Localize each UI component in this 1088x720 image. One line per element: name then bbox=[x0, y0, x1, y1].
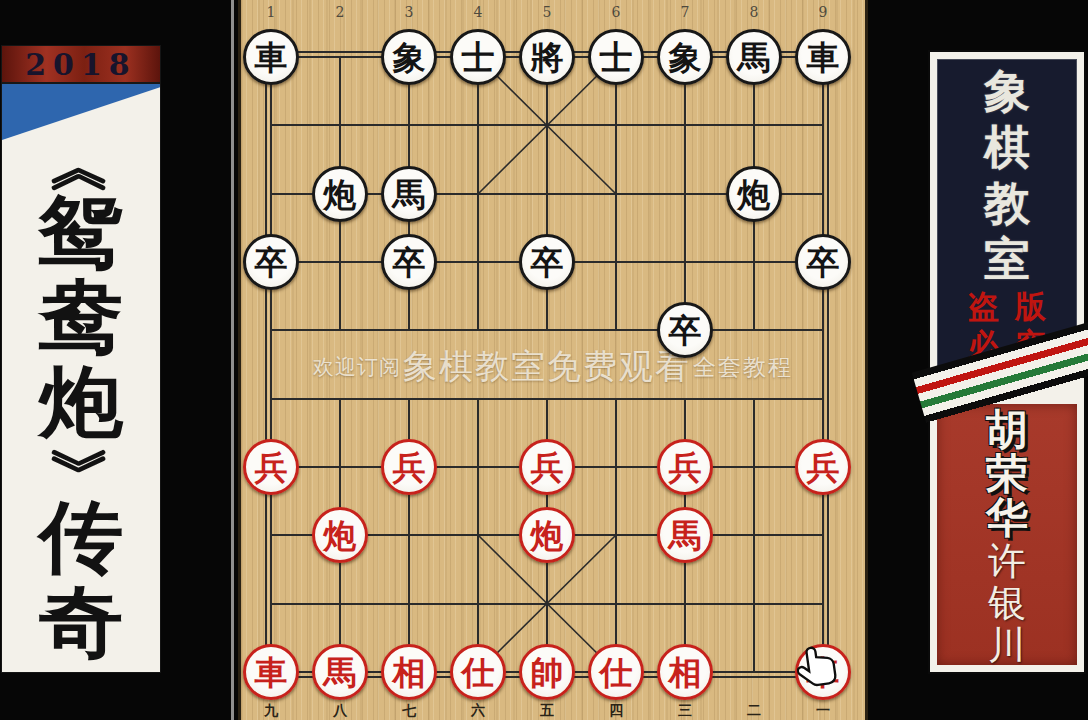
piece-red-帥-file5[interactable]: 帥 bbox=[519, 644, 575, 700]
piece-red-兵-file9[interactable]: 兵 bbox=[795, 439, 851, 495]
right-banner: 象棋教室盗版必究 胡荣华许银川 bbox=[930, 52, 1084, 672]
file-label-top: 1 bbox=[251, 4, 291, 20]
piece-glyph: 仕 bbox=[462, 656, 495, 689]
piece-glyph: 馬 bbox=[669, 519, 702, 552]
file-label-bottom: 三 bbox=[665, 702, 705, 720]
series-title-vertical: ︽鸳鸯炮︾传奇 bbox=[2, 140, 160, 665]
piece-red-兵-file1[interactable]: 兵 bbox=[243, 439, 299, 495]
piece-black-象-file3[interactable]: 象 bbox=[381, 29, 437, 85]
piece-black-將-file5[interactable]: 將 bbox=[519, 29, 575, 85]
file-label-bottom: 四 bbox=[596, 702, 636, 720]
piece-black-車-file9[interactable]: 車 bbox=[795, 29, 851, 85]
school-panel: 象棋教室盗版必究 bbox=[937, 59, 1077, 367]
board-edge-highlight bbox=[231, 0, 234, 720]
file-label-bottom: 七 bbox=[389, 702, 429, 720]
player-name-char-hurionghua: 荣 bbox=[937, 452, 1077, 496]
point-marker bbox=[671, 248, 699, 276]
piece-glyph: 士 bbox=[462, 41, 495, 74]
left-banner: 2018 ︽鸳鸯炮︾传奇 bbox=[2, 46, 160, 672]
piece-glyph: 卒 bbox=[807, 246, 840, 279]
piece-glyph: 卒 bbox=[531, 246, 564, 279]
file-label-top: 9 bbox=[803, 4, 843, 20]
watermark-suffix: 全套教程 bbox=[693, 352, 793, 383]
xiangqi-board[interactable]: 欢迎订阅 象棋教室免费观看 全套教程 123456789九八七六五四三二一車象士… bbox=[238, 0, 868, 720]
piece-red-兵-file3[interactable]: 兵 bbox=[381, 439, 437, 495]
piece-glyph: 炮 bbox=[738, 178, 771, 211]
piece-glyph: 仕 bbox=[600, 656, 633, 689]
piece-red-車-file1[interactable]: 車 bbox=[243, 644, 299, 700]
file-label-bottom: 八 bbox=[320, 702, 360, 720]
piece-glyph: 兵 bbox=[393, 451, 426, 484]
piece-red-相-file3[interactable]: 相 bbox=[381, 644, 437, 700]
piece-red-炮-file2[interactable]: 炮 bbox=[312, 507, 368, 563]
warning-char: 盗 bbox=[968, 288, 999, 325]
hand-cursor-icon bbox=[794, 641, 843, 696]
file-label-bottom: 五 bbox=[527, 702, 567, 720]
file-label-top: 8 bbox=[734, 4, 774, 20]
video-frame: 2018 ︽鸳鸯炮︾传奇 欢迎订阅 象棋教室免费观看 全套教程 12345678… bbox=[0, 0, 1088, 720]
piece-glyph: 帥 bbox=[531, 656, 564, 689]
piece-black-卒-file1[interactable]: 卒 bbox=[243, 234, 299, 290]
subscribe-watermark: 欢迎订阅 象棋教室免费观看 全套教程 bbox=[241, 344, 865, 390]
year-label: 2018 bbox=[2, 46, 160, 84]
piece-glyph: 車 bbox=[255, 41, 288, 74]
piece-glyph: 馬 bbox=[738, 41, 771, 74]
point-marker bbox=[740, 521, 768, 549]
watermark-main: 象棋教室免费观看 bbox=[403, 344, 691, 390]
piece-glyph: 兵 bbox=[807, 451, 840, 484]
piece-glyph: 炮 bbox=[324, 178, 357, 211]
piece-red-馬-file2[interactable]: 馬 bbox=[312, 644, 368, 700]
player-name-char-xuyinchuan: 许 bbox=[937, 540, 1077, 582]
file-label-bottom: 一 bbox=[803, 702, 843, 720]
piece-black-士-file4[interactable]: 士 bbox=[450, 29, 506, 85]
piece-glyph: 象 bbox=[393, 41, 426, 74]
piece-black-卒-file3[interactable]: 卒 bbox=[381, 234, 437, 290]
file-label-top: 5 bbox=[527, 4, 567, 20]
series-title-char: 奇 bbox=[39, 580, 123, 665]
piece-glyph: 車 bbox=[807, 41, 840, 74]
player-name-char-xuyinchuan: 川 bbox=[937, 624, 1077, 666]
player-name-char-xuyinchuan: 银 bbox=[937, 582, 1077, 624]
piece-black-炮-file8[interactable]: 炮 bbox=[726, 166, 782, 222]
piece-black-車-file1[interactable]: 車 bbox=[243, 29, 299, 85]
piece-red-兵-file5[interactable]: 兵 bbox=[519, 439, 575, 495]
piece-glyph: 卒 bbox=[393, 246, 426, 279]
piece-red-兵-file7[interactable]: 兵 bbox=[657, 439, 713, 495]
piece-black-卒-file9[interactable]: 卒 bbox=[795, 234, 851, 290]
piece-glyph: 兵 bbox=[255, 451, 288, 484]
file-label-top: 2 bbox=[320, 4, 360, 20]
file-label-top: 7 bbox=[665, 4, 705, 20]
piece-glyph: 卒 bbox=[669, 314, 702, 347]
piece-red-仕-file6[interactable]: 仕 bbox=[588, 644, 644, 700]
piece-glyph: 士 bbox=[600, 41, 633, 74]
piece-glyph: 將 bbox=[531, 41, 564, 74]
piece-glyph: 相 bbox=[669, 656, 702, 689]
players-panel: 胡荣华许银川 bbox=[937, 404, 1077, 665]
piece-glyph: 炮 bbox=[531, 519, 564, 552]
file-label-top: 3 bbox=[389, 4, 429, 20]
piece-black-象-file7[interactable]: 象 bbox=[657, 29, 713, 85]
piece-glyph: 兵 bbox=[669, 451, 702, 484]
file-label-bottom: 六 bbox=[458, 702, 498, 720]
piracy-warning-line: 盗版 bbox=[937, 288, 1077, 325]
series-title-char: 鸳 bbox=[39, 190, 123, 275]
series-title-char: 鸯 bbox=[39, 275, 123, 360]
piece-glyph: 卒 bbox=[255, 246, 288, 279]
watermark-prefix: 欢迎订阅 bbox=[313, 353, 401, 381]
file-label-top: 4 bbox=[458, 4, 498, 20]
piece-red-仕-file4[interactable]: 仕 bbox=[450, 644, 506, 700]
piece-glyph: 車 bbox=[255, 656, 288, 689]
piece-red-相-file7[interactable]: 相 bbox=[657, 644, 713, 700]
piece-glyph: 馬 bbox=[324, 656, 357, 689]
piece-black-卒-file5[interactable]: 卒 bbox=[519, 234, 575, 290]
series-title-char: 传 bbox=[39, 495, 123, 580]
piece-glyph: 兵 bbox=[531, 451, 564, 484]
file-label-bottom: 九 bbox=[251, 702, 291, 720]
piece-black-卒-file7[interactable]: 卒 bbox=[657, 302, 713, 358]
school-name-char: 教 bbox=[937, 175, 1077, 231]
piece-black-馬-file3[interactable]: 馬 bbox=[381, 166, 437, 222]
piece-black-炮-file2[interactable]: 炮 bbox=[312, 166, 368, 222]
piece-glyph: 炮 bbox=[324, 519, 357, 552]
piece-red-炮-file5[interactable]: 炮 bbox=[519, 507, 575, 563]
file-label-bottom: 二 bbox=[734, 702, 774, 720]
piece-red-馬-file7[interactable]: 馬 bbox=[657, 507, 713, 563]
school-name-char: 象 bbox=[937, 63, 1077, 119]
school-name-char: 棋 bbox=[937, 119, 1077, 175]
piece-glyph: 象 bbox=[669, 41, 702, 74]
piece-glyph: 馬 bbox=[393, 178, 426, 211]
series-title-char: ︾ bbox=[50, 445, 113, 495]
series-title-char: 炮 bbox=[39, 360, 123, 445]
player-name-char-hurionghua: 华 bbox=[937, 496, 1077, 540]
piece-glyph: 相 bbox=[393, 656, 426, 689]
series-title-char: ︽ bbox=[50, 140, 113, 190]
file-label-top: 6 bbox=[596, 4, 636, 20]
warning-char: 版 bbox=[1015, 288, 1046, 325]
school-name-char: 室 bbox=[937, 231, 1077, 287]
piece-black-士-file6[interactable]: 士 bbox=[588, 29, 644, 85]
piece-black-馬-file8[interactable]: 馬 bbox=[726, 29, 782, 85]
